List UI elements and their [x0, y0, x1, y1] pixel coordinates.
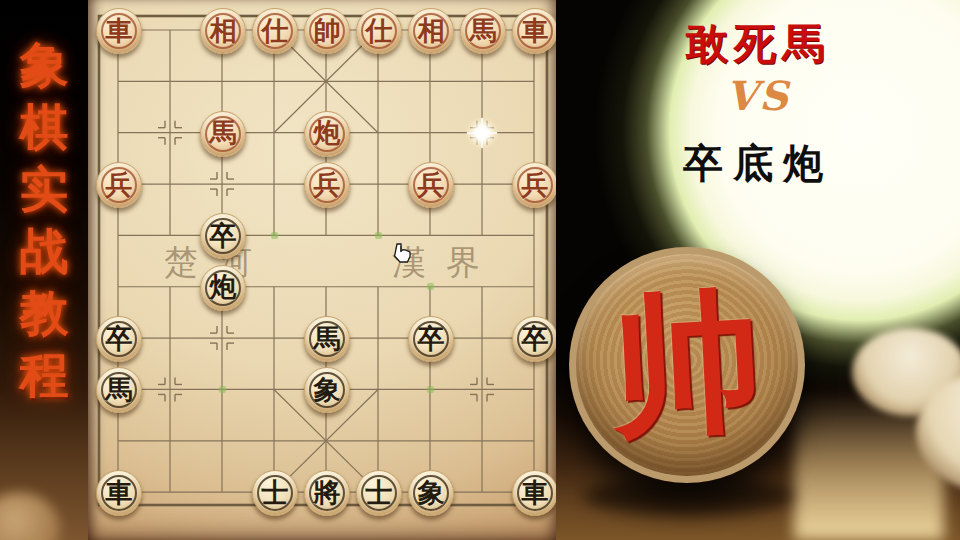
board-piece-red[interactable]: 兵 — [408, 162, 454, 208]
piece-character: 相 — [210, 17, 237, 44]
board-piece-red[interactable]: 車 — [512, 8, 558, 54]
board-piece-red[interactable]: 兵 — [304, 162, 350, 208]
piece-character: 士 — [366, 479, 393, 506]
piece-character: 炮 — [314, 119, 341, 146]
board-piece-black[interactable]: 象 — [408, 470, 454, 516]
piece-character: 相 — [418, 17, 445, 44]
board-piece-red[interactable]: 馬 — [200, 111, 246, 157]
banner-title-char: 棋 — [20, 96, 69, 158]
piece-character: 兵 — [314, 171, 341, 198]
board-piece-red[interactable]: 仕 — [252, 8, 298, 54]
piece-character: 卒 — [522, 325, 549, 352]
board-piece-black[interactable]: 卒 — [96, 316, 142, 362]
piece-character: 卒 — [418, 325, 445, 352]
hint-dot — [427, 283, 434, 290]
piece-character: 車 — [522, 479, 549, 506]
left-banner: 象棋实战教程 — [0, 0, 88, 540]
big-general-piece: 帅 — [569, 247, 805, 483]
board-piece-black[interactable]: 車 — [96, 470, 142, 516]
piece-character: 車 — [106, 479, 133, 506]
board-piece-red[interactable]: 馬 — [460, 8, 506, 54]
title-line-vs: VS — [556, 72, 960, 119]
title-line-black-opening: 卒底炮 — [556, 136, 960, 191]
piece-character: 馬 — [210, 119, 237, 146]
board-piece-black[interactable]: 炮 — [200, 265, 246, 311]
board-piece-red[interactable]: 帥 — [304, 8, 350, 54]
board-piece-black[interactable]: 車 — [512, 470, 558, 516]
board-piece-red[interactable]: 車 — [96, 8, 142, 54]
hint-dot — [219, 386, 226, 393]
banner-title-char: 象 — [20, 34, 69, 96]
piece-character: 兵 — [522, 171, 549, 198]
sparkle-effect — [465, 116, 499, 150]
board-piece-red[interactable]: 相 — [408, 8, 454, 54]
piece-character: 仕 — [366, 17, 393, 44]
board-piece-black[interactable]: 士 — [356, 470, 402, 516]
hint-dot — [271, 232, 278, 239]
blurred-piece-decoration — [0, 492, 60, 540]
board-piece-red[interactable]: 相 — [200, 8, 246, 54]
piece-character: 卒 — [106, 325, 133, 352]
board-piece-black[interactable]: 馬 — [304, 316, 350, 362]
left-banner-title: 象棋实战教程 — [0, 34, 88, 406]
xiangqi-board-surface[interactable]: 楚河漢界 車相仕帥仕相馬車馬炮兵兵兵兵卒炮卒馬卒卒馬象車士將士象車 — [88, 0, 556, 540]
piece-character: 將 — [314, 479, 341, 506]
mouse-hand-cursor — [390, 243, 412, 265]
board-piece-black[interactable]: 將 — [304, 470, 350, 516]
big-general-character: 帅 — [606, 259, 769, 472]
piece-character: 卒 — [210, 222, 237, 249]
board-piece-red[interactable]: 炮 — [304, 111, 350, 157]
piece-character: 車 — [522, 17, 549, 44]
video-frame: 象棋实战教程 楚河漢界 車相仕帥仕相馬車馬炮兵兵兵兵卒炮卒馬卒卒馬象車士將士象車… — [0, 0, 960, 540]
banner-title-char: 实 — [20, 158, 69, 220]
board-piece-black[interactable]: 士 — [252, 470, 298, 516]
banner-title-char: 教 — [20, 282, 69, 344]
board-piece-black[interactable]: 卒 — [408, 316, 454, 362]
hint-dot — [375, 232, 382, 239]
piece-character: 車 — [106, 17, 133, 44]
board-piece-black[interactable]: 卒 — [512, 316, 558, 362]
title-line-red-opening: 敢死馬 — [556, 16, 960, 72]
piece-character: 馬 — [106, 376, 133, 403]
piece-character: 兵 — [418, 171, 445, 198]
board-piece-red[interactable]: 仕 — [356, 8, 402, 54]
piece-character: 仕 — [262, 17, 289, 44]
board-grid: 楚河漢界 — [88, 0, 556, 540]
piece-character: 兵 — [106, 171, 133, 198]
piece-character: 馬 — [314, 325, 341, 352]
piece-character: 象 — [418, 479, 445, 506]
banner-title-char: 战 — [20, 220, 69, 282]
board-piece-red[interactable]: 兵 — [96, 162, 142, 208]
piece-character: 象 — [314, 376, 341, 403]
board-piece-red[interactable]: 兵 — [512, 162, 558, 208]
piece-character: 炮 — [210, 273, 237, 300]
piece-character: 士 — [262, 479, 289, 506]
hint-dot — [427, 386, 434, 393]
banner-title-char: 程 — [20, 344, 69, 406]
right-panel: 帅 敢死馬 VS 卒底炮 — [556, 0, 960, 540]
piece-character: 馬 — [470, 17, 497, 44]
piece-character: 帥 — [314, 17, 341, 44]
